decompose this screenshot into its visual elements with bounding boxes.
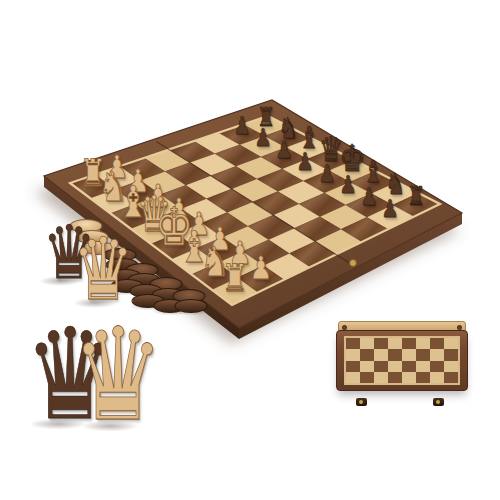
- chess-set-scene: ♜♞♝♛♚♝♞♜♟♟♟♟♟♟♟♟♟♟♟♟♟♟♟♟♜♞♝♛♚♝♞♜♛♛♛♛: [0, 0, 500, 500]
- folded-board-square: [374, 361, 388, 372]
- folded-board-square: [346, 338, 360, 349]
- piece-black-pawn-f7[interactable]: ♟: [339, 174, 357, 199]
- folded-board-square: [388, 372, 402, 383]
- folded-board-grid: [346, 338, 458, 383]
- folded-board-square: [444, 361, 458, 372]
- piece-black-pawn-a7[interactable]: ♟: [233, 115, 251, 140]
- folded-board-square: [444, 338, 458, 349]
- folded-board-square: [416, 349, 430, 360]
- piece-black-pawn-g7[interactable]: ♟: [360, 186, 378, 211]
- folded-board-square: [430, 349, 444, 360]
- folded-board-square: [388, 361, 402, 372]
- folded-board-square: [402, 361, 416, 372]
- brass-hinge-icon: [350, 260, 357, 267]
- folded-board-square: [360, 338, 374, 349]
- folded-board-square: [416, 338, 430, 349]
- folded-board-square: [430, 361, 444, 372]
- display-light-queen[interactable]: ♛: [72, 311, 164, 439]
- folded-board-square: [402, 338, 416, 349]
- piece-white-pawn-h2[interactable]: ♟: [249, 253, 272, 285]
- folded-board-square: [374, 372, 388, 383]
- folded-board-square: [402, 349, 416, 360]
- piece-black-pawn-d7[interactable]: ♟: [297, 150, 315, 175]
- folded-board-square: [416, 361, 430, 372]
- piece-black-pawn-b7[interactable]: ♟: [254, 127, 272, 152]
- folded-board-square: [416, 372, 430, 383]
- folded-board-square: [360, 372, 374, 383]
- folded-board-square: [430, 372, 444, 383]
- folded-board-square: [444, 372, 458, 383]
- folded-board-square: [360, 349, 374, 360]
- piece-black-pawn-e7[interactable]: ♟: [318, 162, 336, 187]
- folded-chess-board: [336, 321, 468, 399]
- folded-board-face: [336, 330, 468, 391]
- piece-black-pawn-h7[interactable]: ♟: [382, 197, 400, 222]
- folded-board-square: [430, 338, 444, 349]
- folded-board-square: [374, 349, 388, 360]
- folded-board-square: [388, 349, 402, 360]
- folded-board-foot: [433, 398, 444, 406]
- folded-board-square: [360, 361, 374, 372]
- dark-checker-disc[interactable]: [175, 299, 208, 313]
- folded-board-square: [444, 349, 458, 360]
- folded-board-square: [346, 361, 360, 372]
- folded-board-square: [374, 338, 388, 349]
- piece-white-rook-h1[interactable]: ♜: [221, 260, 248, 297]
- folded-board-square: [388, 338, 402, 349]
- folded-board-square: [402, 372, 416, 383]
- piece-black-rook-h8[interactable]: ♜: [407, 184, 426, 210]
- piece-black-pawn-c7[interactable]: ♟: [275, 138, 293, 163]
- folded-board-square: [346, 349, 360, 360]
- folded-board-foot: [356, 398, 367, 406]
- folded-board-square: [346, 372, 360, 383]
